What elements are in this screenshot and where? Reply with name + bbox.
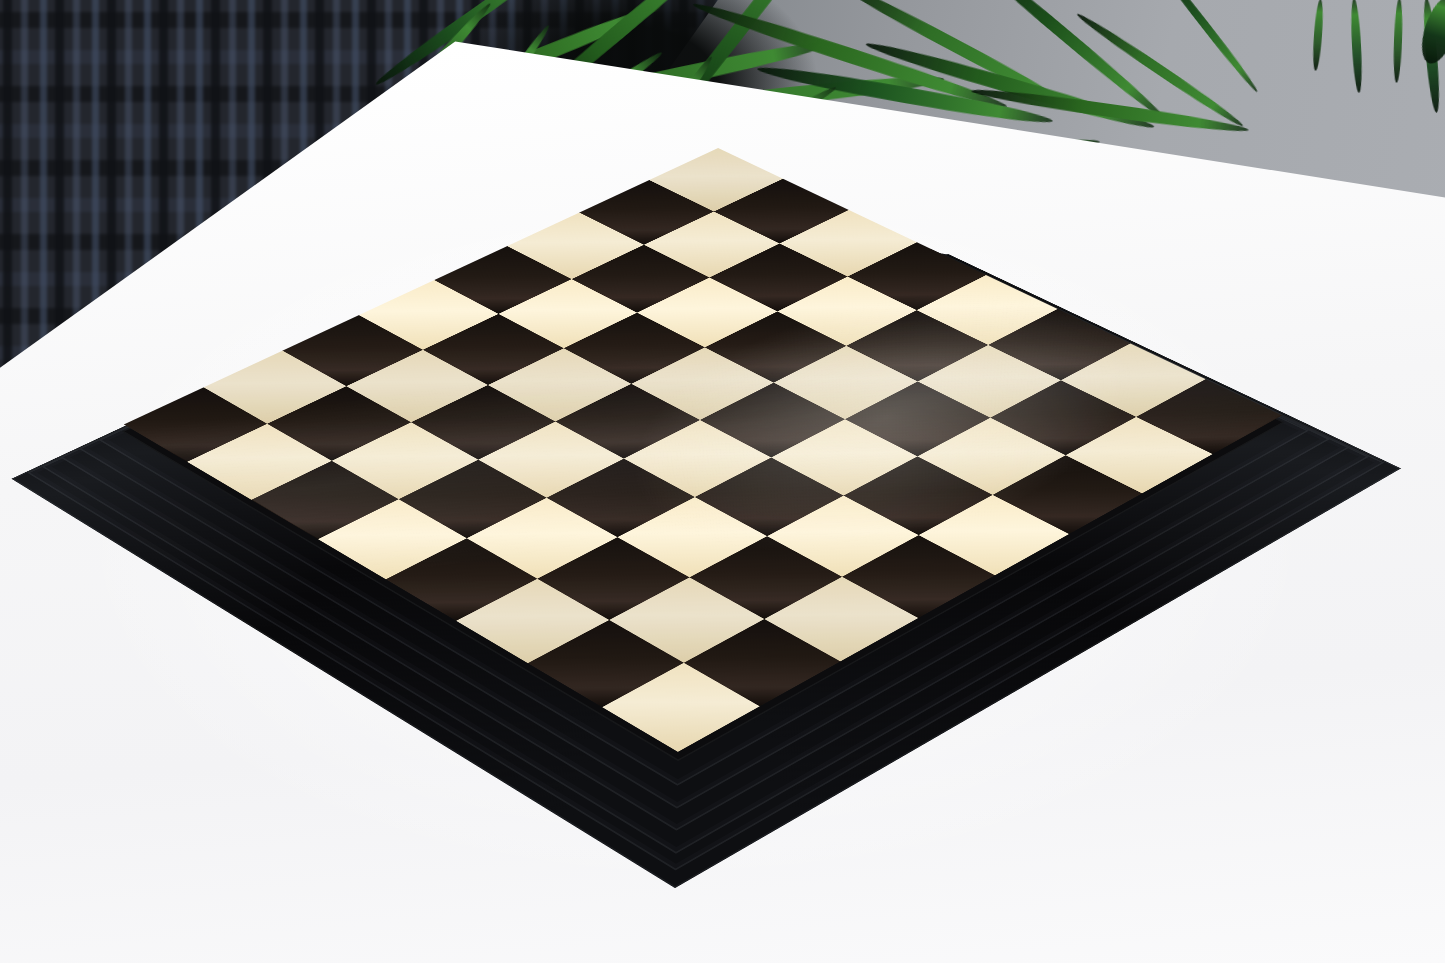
board-gloss-sheen (124, 147, 1283, 751)
photo-canvas: Empty ebony and maple chessboard with mo… (0, 0, 1445, 963)
chessboard-scene (0, 0, 1445, 963)
